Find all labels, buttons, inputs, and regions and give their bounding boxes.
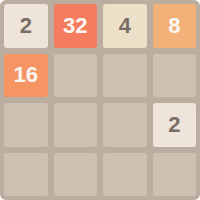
- empty-cell: [103, 54, 147, 98]
- board-grid[interactable]: 23248162: [0, 0, 200, 200]
- tile-16: 16: [4, 54, 48, 98]
- empty-cell: [153, 153, 197, 197]
- empty-cell: [54, 153, 98, 197]
- empty-cell: [4, 103, 48, 147]
- empty-cell: [54, 103, 98, 147]
- tile-32: 32: [54, 4, 98, 48]
- empty-cell: [153, 54, 197, 98]
- tile-2: 2: [4, 4, 48, 48]
- tile-2: 2: [153, 103, 197, 147]
- tile-4: 4: [103, 4, 147, 48]
- empty-cell: [4, 153, 48, 197]
- empty-cell: [54, 54, 98, 98]
- tile-8: 8: [153, 4, 197, 48]
- empty-cell: [103, 103, 147, 147]
- empty-cell: [103, 153, 147, 197]
